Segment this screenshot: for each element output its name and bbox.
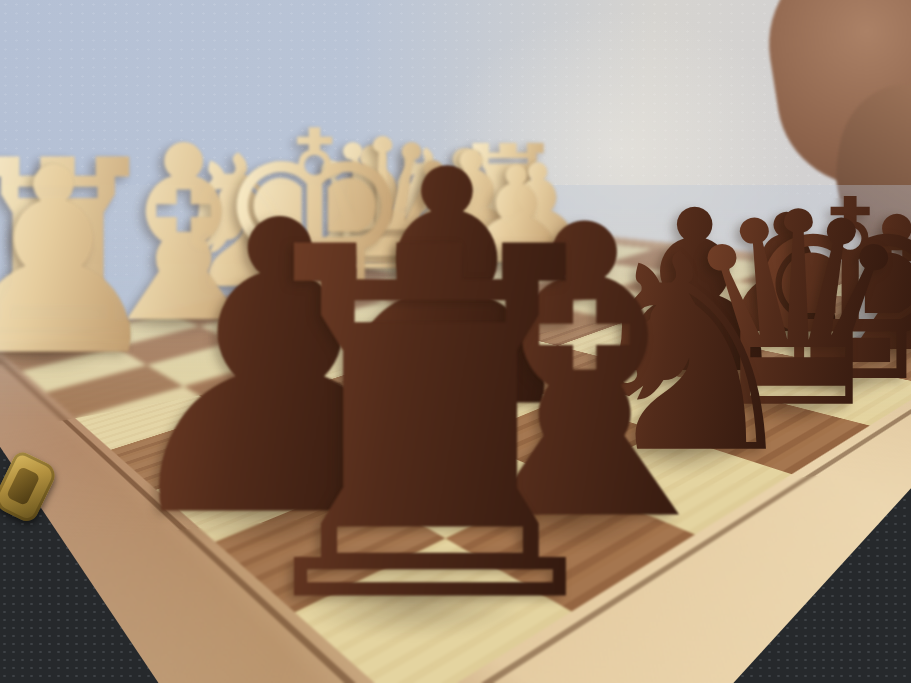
piece-black-rook-a8: ♜ — [213, 187, 646, 670]
chess-photo-scene: ♜♞♟♝♟♟♟♛♞♚♝♟♜♝♟♟♚♛♟♞♟♝♜ — [0, 0, 911, 683]
pieces-layer: ♜♞♟♝♟♟♟♛♞♚♝♟♜♝♟♟♚♛♟♞♟♝♜ — [0, 0, 911, 683]
